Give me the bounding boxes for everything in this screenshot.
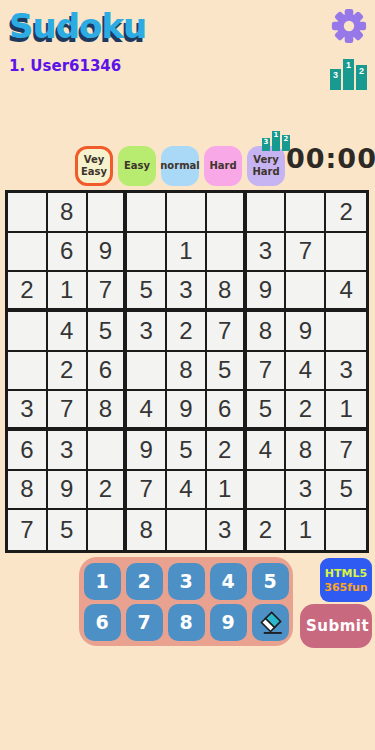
sudoku-cell-r1c4[interactable]: [127, 193, 167, 233]
sudoku-cell-r8c7[interactable]: [247, 471, 287, 511]
sudoku-cell-r9c7[interactable]: 2: [247, 510, 287, 550]
podium-bar-3: 3: [262, 138, 270, 151]
gear-icon: [330, 7, 368, 45]
sudoku-cell-r7c9[interactable]: 7: [326, 431, 366, 471]
sudoku-cell-r2c6[interactable]: [207, 233, 247, 273]
sudoku-cell-r9c3[interactable]: [88, 510, 128, 550]
sudoku-cell-r4c6[interactable]: 7: [207, 312, 247, 352]
settings-button[interactable]: [330, 7, 368, 45]
sudoku-cell-r2c5[interactable]: 1: [167, 233, 207, 273]
sudoku-cell-r4c9[interactable]: [326, 312, 366, 352]
sudoku-cell-r9c8[interactable]: 1: [286, 510, 326, 550]
sudoku-cell-r5c4[interactable]: [127, 352, 167, 392]
podium-bar-2: 2: [282, 135, 290, 151]
sudoku-cell-r3c1[interactable]: 2: [8, 272, 48, 312]
sudoku-cell-r5c5[interactable]: 8: [167, 352, 207, 392]
sudoku-board: 8269137217538944532789268574337849652163…: [5, 190, 369, 553]
numpad-row-1: 12345: [84, 563, 289, 600]
sudoku-cell-r6c3[interactable]: 8: [88, 391, 128, 431]
sudoku-cell-r1c6[interactable]: [207, 193, 247, 233]
numpad-3[interactable]: 3: [168, 563, 205, 600]
sudoku-cell-r5c8[interactable]: 4: [286, 352, 326, 392]
sudoku-cell-r5c2[interactable]: 2: [48, 352, 88, 392]
numpad-9[interactable]: 9: [210, 604, 247, 641]
numpad: 12345 6789: [79, 557, 293, 646]
sudoku-cell-r2c3[interactable]: 9: [88, 233, 128, 273]
sudoku-cell-r2c8[interactable]: 7: [286, 233, 326, 273]
sudoku-cell-r8c3[interactable]: 2: [88, 471, 128, 511]
submit-button[interactable]: Submit: [300, 604, 372, 648]
sudoku-cell-r1c3[interactable]: [88, 193, 128, 233]
sudoku-cell-r7c7[interactable]: 4: [247, 431, 287, 471]
podium-bar-1: 1: [272, 131, 280, 151]
sudoku-cell-r2c4[interactable]: [127, 233, 167, 273]
sudoku-cell-r3c4[interactable]: 5: [127, 272, 167, 312]
sudoku-cell-r3c8[interactable]: [286, 272, 326, 312]
numpad-7[interactable]: 7: [126, 604, 163, 641]
numpad-5[interactable]: 5: [252, 563, 289, 600]
sudoku-cell-r9c6[interactable]: 3: [207, 510, 247, 550]
sudoku-cell-r4c1[interactable]: [8, 312, 48, 352]
badge-365fun-text: 365fun: [324, 581, 367, 594]
numpad-6[interactable]: 6: [84, 604, 121, 641]
sudoku-cell-r2c1[interactable]: [8, 233, 48, 273]
sudoku-cell-r5c3[interactable]: 6: [88, 352, 128, 392]
sudoku-cell-r3c7[interactable]: 9: [247, 272, 287, 312]
sudoku-cell-r6c1[interactable]: 3: [8, 391, 48, 431]
badge-html5-text: HTML5: [325, 567, 367, 580]
difficulty-row: Vey EasyEasynormalHardVery Hard: [75, 146, 285, 186]
sudoku-cell-r6c5[interactable]: 9: [167, 391, 207, 431]
sudoku-cell-r9c4[interactable]: 8: [127, 510, 167, 550]
sudoku-cell-r1c1[interactable]: [8, 193, 48, 233]
sudoku-cell-r2c7[interactable]: 3: [247, 233, 287, 273]
sudoku-cell-r9c2[interactable]: 5: [48, 510, 88, 550]
sudoku-cell-r5c6[interactable]: 5: [207, 352, 247, 392]
sudoku-cell-r9c9[interactable]: [326, 510, 366, 550]
sudoku-cell-r8c6[interactable]: 1: [207, 471, 247, 511]
sudoku-cell-r8c8[interactable]: 3: [286, 471, 326, 511]
sudoku-cell-r1c2[interactable]: 8: [48, 193, 88, 233]
app-frame: Sudoku 1. User61346 312 Vey EasyEasynorm…: [0, 0, 375, 750]
sudoku-cell-r3c2[interactable]: 1: [48, 272, 88, 312]
eraser-button[interactable]: [252, 604, 289, 641]
sudoku-cell-r9c5[interactable]: [167, 510, 207, 550]
difficulty-normal[interactable]: normal: [161, 146, 199, 186]
sudoku-cell-r5c1[interactable]: [8, 352, 48, 392]
sudoku-cell-r6c8[interactable]: 2: [286, 391, 326, 431]
sudoku-cell-r6c4[interactable]: 4: [127, 391, 167, 431]
sudoku-cell-r4c3[interactable]: 5: [88, 312, 128, 352]
sudoku-cell-r4c4[interactable]: 3: [127, 312, 167, 352]
sudoku-cell-r7c4[interactable]: 9: [127, 431, 167, 471]
sudoku-cell-r7c2[interactable]: 3: [48, 431, 88, 471]
numpad-8[interactable]: 8: [168, 604, 205, 641]
difficulty-very-hard[interactable]: Very Hard: [247, 146, 285, 186]
sudoku-cell-r5c9[interactable]: 3: [326, 352, 366, 392]
sudoku-cell-r7c3[interactable]: [88, 431, 128, 471]
sudoku-cell-r4c8[interactable]: 9: [286, 312, 326, 352]
sudoku-cell-r7c1[interactable]: 6: [8, 431, 48, 471]
sudoku-cell-r3c5[interactable]: 3: [167, 272, 207, 312]
sudoku-cell-r3c9[interactable]: 4: [326, 272, 366, 312]
podium-bar-1: 1: [343, 59, 354, 90]
numpad-2[interactable]: 2: [126, 563, 163, 600]
sudoku-cell-r6c2[interactable]: 7: [48, 391, 88, 431]
sudoku-cell-r1c7[interactable]: [247, 193, 287, 233]
sudoku-cell-r2c2[interactable]: 6: [48, 233, 88, 273]
numpad-row-2: 6789: [84, 604, 289, 641]
sudoku-cell-r8c4[interactable]: 7: [127, 471, 167, 511]
sudoku-cell-r5c7[interactable]: 7: [247, 352, 287, 392]
sudoku-cell-r6c6[interactable]: 6: [207, 391, 247, 431]
sudoku-cell-r4c2[interactable]: 4: [48, 312, 88, 352]
sudoku-cell-r6c9[interactable]: 1: [326, 391, 366, 431]
html5-365fun-badge: HTML5 365fun: [320, 558, 372, 602]
sudoku-cell-r1c5[interactable]: [167, 193, 207, 233]
sudoku-cell-r4c7[interactable]: 8: [247, 312, 287, 352]
sudoku-cell-r3c3[interactable]: 7: [88, 272, 128, 312]
user-rank-label: 1. User61346: [9, 57, 121, 75]
difficulty-vey-easy[interactable]: Vey Easy: [75, 146, 113, 186]
sudoku-cell-r7c6[interactable]: 2: [207, 431, 247, 471]
sudoku-cell-r9c1[interactable]: 7: [8, 510, 48, 550]
leaderboard-podium-icon[interactable]: 312: [330, 59, 367, 90]
mini-podium-icon: 312: [262, 131, 290, 151]
sudoku-cell-r2c9[interactable]: [326, 233, 366, 273]
sudoku-cell-r8c1[interactable]: 8: [8, 471, 48, 511]
sudoku-cell-r8c9[interactable]: 5: [326, 471, 366, 511]
sudoku-cell-r4c5[interactable]: 2: [167, 312, 207, 352]
sudoku-cell-r3c6[interactable]: 8: [207, 272, 247, 312]
numpad-1[interactable]: 1: [84, 563, 121, 600]
timer-display: 00:00: [286, 143, 375, 174]
podium-bar-3: 3: [330, 69, 341, 90]
sudoku-cell-r8c2[interactable]: 9: [48, 471, 88, 511]
podium-bar-2: 2: [356, 65, 367, 90]
sudoku-cell-r7c8[interactable]: 8: [286, 431, 326, 471]
difficulty-easy[interactable]: Easy: [118, 146, 156, 186]
sudoku-cell-r8c5[interactable]: 4: [167, 471, 207, 511]
sudoku-cell-r7c5[interactable]: 5: [167, 431, 207, 471]
difficulty-hard[interactable]: Hard: [204, 146, 242, 186]
eraser-icon: [257, 609, 284, 636]
sudoku-cell-r1c8[interactable]: [286, 193, 326, 233]
sudoku-cell-r6c7[interactable]: 5: [247, 391, 287, 431]
app-title: Sudoku: [9, 6, 146, 46]
numpad-4[interactable]: 4: [210, 563, 247, 600]
sudoku-cell-r1c9[interactable]: 2: [326, 193, 366, 233]
